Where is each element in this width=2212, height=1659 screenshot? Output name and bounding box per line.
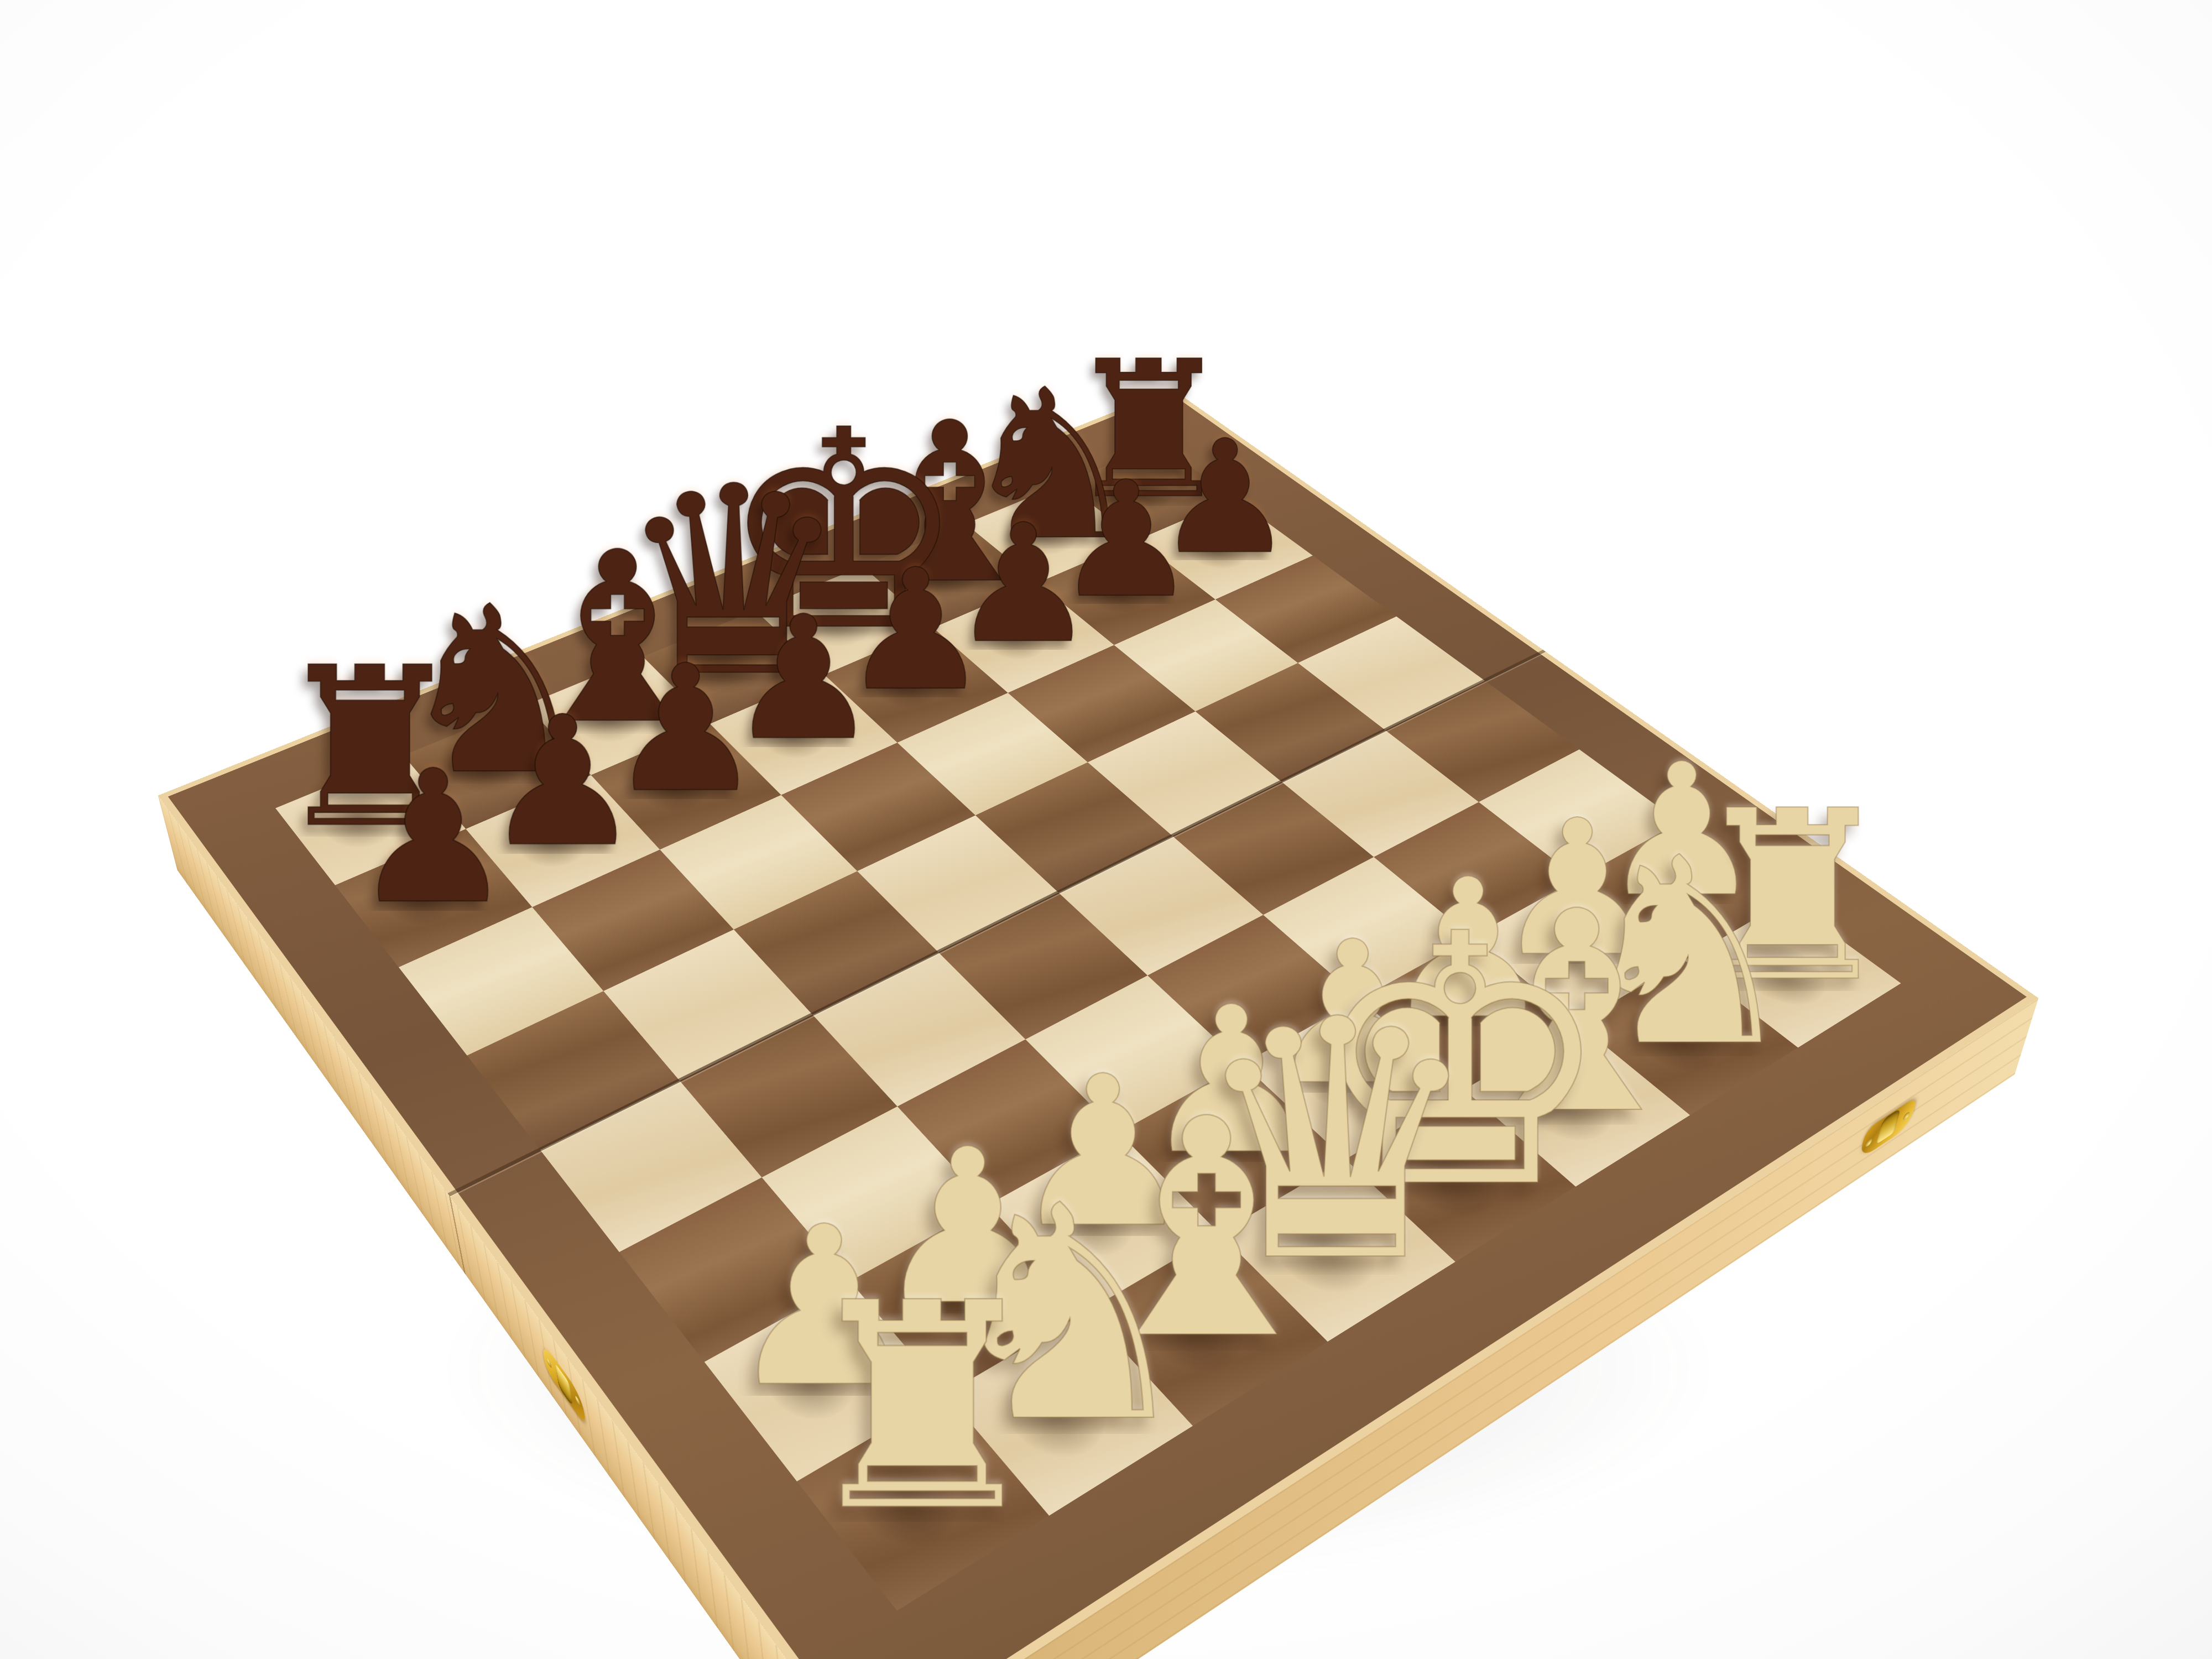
product-photo-scene: ♜♞♝♛♚♝♞♜♟♟♟♟♟♟♟♟♟♟♟♟♟♟♟♟♜♞♝♛♚♝♞♜	[0, 0, 2212, 1659]
